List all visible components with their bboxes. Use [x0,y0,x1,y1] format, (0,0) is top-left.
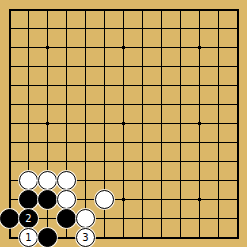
move-number-label: 1 [25,233,31,243]
white-stone: 3 [76,228,95,247]
white-stone [95,190,114,209]
black-stone [57,209,76,228]
black-stone [38,190,57,209]
star-point [122,122,125,125]
white-stone [57,171,76,190]
grid-line-vertical [218,10,219,238]
move-number-label: 3 [82,233,88,243]
star-point [122,198,125,201]
star-point [122,46,125,49]
star-point [46,46,49,49]
black-stone: 2 [19,209,38,228]
move-number-label: 2 [25,214,31,224]
white-stone [19,171,38,190]
star-point [198,46,201,49]
grid-line-vertical [161,10,162,238]
go-board: 213 [0,0,247,247]
black-stone [38,228,57,247]
star-point [198,198,201,201]
black-stone [19,190,38,209]
grid-line-horizontal [10,142,238,143]
grid-line-horizontal [10,218,238,219]
grid-line-vertical [180,10,181,238]
white-stone [76,209,95,228]
star-point [46,122,49,125]
white-stone [38,171,57,190]
white-stone: 1 [19,228,38,247]
grid-line-horizontal [10,161,238,162]
grid-line-vertical [142,10,143,238]
star-point [198,122,201,125]
white-stone [57,190,76,209]
black-stone [0,209,19,228]
